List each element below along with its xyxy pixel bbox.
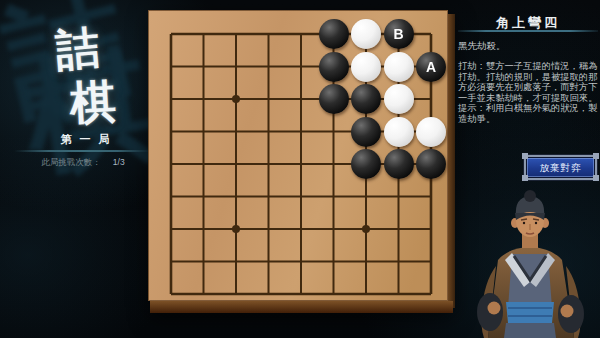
- rule-line: 打劫：雙方一子互提的情況，稱為: [458, 61, 600, 72]
- choice-label: B: [384, 19, 414, 49]
- give-up-button[interactable]: 放棄對弈: [527, 158, 594, 177]
- attempts-value: 1/3: [113, 157, 125, 169]
- objective-text: 黑先劫殺。: [458, 40, 506, 53]
- npc-character: [460, 190, 600, 338]
- black-stone: [319, 19, 349, 49]
- white-stone: [384, 52, 414, 82]
- rule-line: 方必須要先在別處落子，而對方下: [458, 82, 600, 93]
- white-stone: [384, 117, 414, 147]
- black-stone: [319, 52, 349, 82]
- right-divider: [458, 30, 598, 32]
- go-board: BA: [148, 10, 455, 313]
- board-side-edge: [448, 14, 455, 308]
- choice-stone-B[interactable]: B: [384, 19, 414, 49]
- choice-stone-A[interactable]: A: [416, 52, 446, 82]
- black-stone: [416, 149, 446, 179]
- black-stone: [351, 84, 381, 114]
- white-stone: [416, 117, 446, 147]
- choice-label: A: [416, 52, 446, 82]
- left-divider: [14, 150, 152, 152]
- round-label: 第一局: [18, 132, 152, 147]
- white-stone: [351, 52, 381, 82]
- rule-line: 提示：利用白棋無外氣的狀況，製: [458, 103, 600, 114]
- rule-line: 打劫。打劫的規則，是被提取的那: [458, 72, 600, 83]
- rule-text: 打劫：雙方一子互提的情況，稱為打劫。打劫的規則，是被提取的那方必須要先在別處落子…: [458, 61, 600, 125]
- attempts-row: 此局挑戰次數： 1/3: [14, 157, 152, 169]
- black-stone: [351, 117, 381, 147]
- white-stone: [351, 19, 381, 49]
- black-stone: [351, 149, 381, 179]
- black-stone: [319, 84, 349, 114]
- puzzle-title-calligraphy-char2: 棋: [68, 71, 117, 135]
- white-stone: [384, 84, 414, 114]
- tsumego-screen: 詰 棋 詰 棋 第一局 此局挑戰次數： 1/3 BA 角上彎四 黑先劫殺。 打劫…: [0, 0, 600, 338]
- rule-line: 一手並未黏劫時，才可提取回來。: [458, 93, 600, 104]
- attempts-label: 此局挑戰次數：: [41, 157, 101, 169]
- black-stone: [384, 149, 414, 179]
- rule-line: 造劫爭。: [458, 114, 600, 125]
- board-face[interactable]: BA: [148, 10, 448, 301]
- board-bottom-edge: [150, 301, 453, 313]
